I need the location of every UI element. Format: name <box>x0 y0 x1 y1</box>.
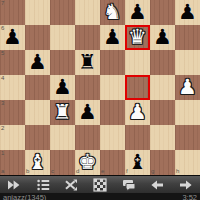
square-e3[interactable] <box>100 100 125 125</box>
square-b4[interactable] <box>25 75 50 100</box>
square-b6[interactable] <box>25 25 50 50</box>
square-h7[interactable]: ♟ <box>175 0 200 25</box>
square-e6[interactable]: ♟ <box>100 25 125 50</box>
status-bar: aniazz(1345) 3:52 <box>0 193 200 200</box>
black-pawn-h7: ♟ <box>175 0 200 25</box>
square-b3[interactable] <box>25 100 50 125</box>
rank-label-4: 4 <box>1 75 4 82</box>
square-c1[interactable]: c <box>50 150 75 175</box>
square-h2[interactable] <box>175 125 200 150</box>
chat-button[interactable] <box>121 178 137 192</box>
move-list-button[interactable] <box>35 178 51 192</box>
back-button[interactable] <box>149 178 165 192</box>
square-f5[interactable] <box>125 50 150 75</box>
black-pawn-d3: ♟ <box>75 100 100 125</box>
file-label-b: b <box>26 168 29 175</box>
square-h3[interactable] <box>175 100 200 125</box>
rank-label-6: 6 <box>1 25 4 32</box>
square-d2[interactable] <box>75 125 100 150</box>
board-grid-button[interactable] <box>92 178 108 192</box>
square-b7[interactable] <box>25 0 50 25</box>
toolbar <box>0 175 200 193</box>
square-h5[interactable] <box>175 50 200 75</box>
square-a5[interactable]: 5 <box>0 50 25 75</box>
square-a6[interactable]: 6♟ <box>0 25 25 50</box>
player-name: aniazz(1345) <box>3 193 46 200</box>
file-label-g: g <box>151 168 154 175</box>
shuffle-button[interactable] <box>63 178 79 192</box>
file-label-c: c <box>51 168 54 175</box>
chat-icon <box>122 178 136 192</box>
rank-label-5: 5 <box>1 50 4 57</box>
square-f6[interactable]: ♛ <box>125 25 150 50</box>
square-h1[interactable]: h <box>175 150 200 175</box>
square-h4[interactable]: ♟ <box>175 75 200 100</box>
black-pawn-a6: ♟ <box>0 25 25 50</box>
square-d6[interactable] <box>75 25 100 50</box>
square-c2[interactable] <box>50 125 75 150</box>
square-d5[interactable]: ♜ <box>75 50 100 75</box>
square-b5[interactable]: ♟ <box>25 50 50 75</box>
black-bishop-f1: ♝ <box>125 150 150 175</box>
square-a3[interactable]: 3 <box>0 100 25 125</box>
square-d7[interactable] <box>75 0 100 25</box>
square-e2[interactable] <box>100 125 125 150</box>
square-g4[interactable] <box>150 75 175 100</box>
square-c7[interactable] <box>50 0 75 25</box>
white-pawn-f3: ♟ <box>125 100 150 125</box>
square-d4[interactable] <box>75 75 100 100</box>
black-pawn-e6: ♟ <box>100 25 125 50</box>
square-e5[interactable] <box>100 50 125 75</box>
rank-label-7: 7 <box>1 0 4 7</box>
square-a4[interactable]: 4 <box>0 75 25 100</box>
file-label-e: e <box>101 168 104 175</box>
fast-forward-button[interactable] <box>6 178 22 192</box>
forward-arrow-icon <box>179 178 193 192</box>
square-f1[interactable]: f♝ <box>125 150 150 175</box>
square-c3[interactable]: ♜ <box>50 100 75 125</box>
back-arrow-icon <box>150 178 164 192</box>
square-c6[interactable] <box>50 25 75 50</box>
white-pawn-h4: ♟ <box>175 75 200 100</box>
square-g2[interactable] <box>150 125 175 150</box>
square-c5[interactable] <box>50 50 75 75</box>
white-king-d1: ♚ <box>75 150 100 175</box>
square-c4[interactable]: ♟ <box>50 75 75 100</box>
black-pawn-f7: ♟ <box>125 0 150 25</box>
square-a7[interactable]: 7 <box>0 0 25 25</box>
black-rook-d5: ♜ <box>75 50 100 75</box>
square-f7[interactable]: ♟ <box>125 0 150 25</box>
chess-app-screen: 7♞♟♟6♟♟♛♟5♟♜4♟♟3♜♟♟21ab♝cd♚ef♝gh <box>0 0 200 200</box>
square-f2[interactable] <box>125 125 150 150</box>
file-label-a: a <box>1 168 4 175</box>
square-d3[interactable]: ♟ <box>75 100 100 125</box>
square-d1[interactable]: d♚ <box>75 150 100 175</box>
square-f4[interactable] <box>125 75 150 100</box>
square-g6[interactable]: ♟ <box>150 25 175 50</box>
square-b2[interactable] <box>25 125 50 150</box>
white-bishop-b1: ♝ <box>25 150 50 175</box>
move-list-icon <box>36 178 50 192</box>
rank-label-3: 3 <box>1 100 4 107</box>
white-queen-f6: ♛ <box>125 25 150 50</box>
chess-board: 7♞♟♟6♟♟♛♟5♟♜4♟♟3♜♟♟21ab♝cd♚ef♝gh <box>0 0 200 175</box>
forward-button[interactable] <box>178 178 194 192</box>
black-pawn-c4: ♟ <box>50 75 75 100</box>
board-grid-icon <box>93 178 107 192</box>
shuffle-icon <box>64 178 78 192</box>
black-pawn-g6: ♟ <box>150 25 175 50</box>
square-f3[interactable]: ♟ <box>125 100 150 125</box>
rank-label-2: 2 <box>1 125 4 132</box>
square-g1[interactable]: g <box>150 150 175 175</box>
rank-label-1: 1 <box>1 150 4 157</box>
square-h6[interactable] <box>175 25 200 50</box>
fast-forward-icon <box>7 178 21 192</box>
square-e4[interactable] <box>100 75 125 100</box>
file-label-f: f <box>126 168 128 175</box>
square-g5[interactable] <box>150 50 175 75</box>
black-pawn-b5: ♟ <box>25 50 50 75</box>
square-e7[interactable]: ♞ <box>100 0 125 25</box>
file-label-d: d <box>76 168 79 175</box>
square-g7[interactable] <box>150 0 175 25</box>
file-label-h: h <box>176 168 179 175</box>
square-g3[interactable] <box>150 100 175 125</box>
white-knight-e7: ♞ <box>100 0 125 25</box>
square-b1[interactable]: b♝ <box>25 150 50 175</box>
clock: 3:52 <box>182 193 197 200</box>
square-e1[interactable]: e <box>100 150 125 175</box>
square-a1[interactable]: 1a <box>0 150 25 175</box>
white-rook-c3: ♜ <box>50 100 75 125</box>
square-a2[interactable]: 2 <box>0 125 25 150</box>
